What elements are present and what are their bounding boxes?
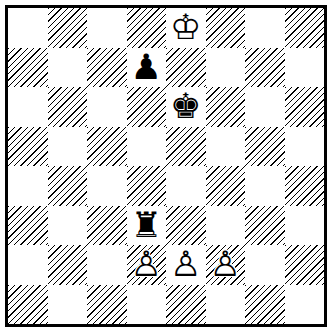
square-f7[interactable] xyxy=(206,48,246,88)
black-rook[interactable]: ♜ xyxy=(127,206,167,246)
square-b7[interactable] xyxy=(48,48,88,88)
square-c1[interactable] xyxy=(87,285,127,325)
square-d5[interactable] xyxy=(127,127,167,167)
square-e5[interactable] xyxy=(166,127,206,167)
square-a5[interactable] xyxy=(8,127,48,167)
square-f4[interactable] xyxy=(206,166,246,206)
chess-diagram: ♚♔♟♚♜♟♙♟♙♟♙ xyxy=(0,0,332,332)
square-f3[interactable] xyxy=(206,206,246,246)
square-g4[interactable] xyxy=(245,166,285,206)
square-a4[interactable] xyxy=(8,166,48,206)
square-h7[interactable] xyxy=(285,48,325,88)
square-f2[interactable]: ♟♙ xyxy=(206,245,246,285)
white-pawn[interactable]: ♟♙ xyxy=(206,245,246,285)
square-h6[interactable] xyxy=(285,87,325,127)
square-h4[interactable] xyxy=(285,166,325,206)
square-h3[interactable] xyxy=(285,206,325,246)
white-king[interactable]: ♚♔ xyxy=(166,8,206,48)
white-king-icon: ♔ xyxy=(166,8,206,48)
square-f8[interactable] xyxy=(206,8,246,48)
square-d1[interactable] xyxy=(127,285,167,325)
square-e8[interactable]: ♚♔ xyxy=(166,8,206,48)
square-f5[interactable] xyxy=(206,127,246,167)
square-e3[interactable] xyxy=(166,206,206,246)
square-c4[interactable] xyxy=(87,166,127,206)
black-pawn-icon: ♟ xyxy=(127,48,167,88)
square-d4[interactable] xyxy=(127,166,167,206)
square-a6[interactable] xyxy=(8,87,48,127)
square-g2[interactable] xyxy=(245,245,285,285)
white-pawn-icon: ♙ xyxy=(127,245,167,285)
white-pawn[interactable]: ♟♙ xyxy=(127,245,167,285)
square-h2[interactable] xyxy=(285,245,325,285)
square-b2[interactable] xyxy=(48,245,88,285)
square-c7[interactable] xyxy=(87,48,127,88)
square-c8[interactable] xyxy=(87,8,127,48)
square-b1[interactable] xyxy=(48,285,88,325)
square-b5[interactable] xyxy=(48,127,88,167)
square-c5[interactable] xyxy=(87,127,127,167)
square-c6[interactable] xyxy=(87,87,127,127)
square-b8[interactable] xyxy=(48,8,88,48)
square-g8[interactable] xyxy=(245,8,285,48)
square-a1[interactable] xyxy=(8,285,48,325)
square-h8[interactable] xyxy=(285,8,325,48)
square-b6[interactable] xyxy=(48,87,88,127)
square-c2[interactable] xyxy=(87,245,127,285)
board-frame: ♚♔♟♚♜♟♙♟♙♟♙ xyxy=(5,5,327,327)
black-king[interactable]: ♚ xyxy=(166,87,206,127)
square-e6[interactable]: ♚ xyxy=(166,87,206,127)
square-d8[interactable] xyxy=(127,8,167,48)
square-e4[interactable] xyxy=(166,166,206,206)
square-c3[interactable] xyxy=(87,206,127,246)
black-rook-icon: ♜ xyxy=(127,206,167,246)
square-e2[interactable]: ♟♙ xyxy=(166,245,206,285)
white-pawn[interactable]: ♟♙ xyxy=(166,245,206,285)
square-g6[interactable] xyxy=(245,87,285,127)
square-a7[interactable] xyxy=(8,48,48,88)
square-d7[interactable]: ♟ xyxy=(127,48,167,88)
square-a2[interactable] xyxy=(8,245,48,285)
chess-board: ♚♔♟♚♜♟♙♟♙♟♙ xyxy=(8,8,324,324)
square-h5[interactable] xyxy=(285,127,325,167)
square-g1[interactable] xyxy=(245,285,285,325)
black-pawn[interactable]: ♟ xyxy=(127,48,167,88)
square-d2[interactable]: ♟♙ xyxy=(127,245,167,285)
square-d3[interactable]: ♜ xyxy=(127,206,167,246)
square-d6[interactable] xyxy=(127,87,167,127)
square-e7[interactable] xyxy=(166,48,206,88)
square-b4[interactable] xyxy=(48,166,88,206)
square-g5[interactable] xyxy=(245,127,285,167)
square-g3[interactable] xyxy=(245,206,285,246)
square-a3[interactable] xyxy=(8,206,48,246)
white-pawn-icon: ♙ xyxy=(166,245,206,285)
square-e1[interactable] xyxy=(166,285,206,325)
square-h1[interactable] xyxy=(285,285,325,325)
square-f1[interactable] xyxy=(206,285,246,325)
square-a8[interactable] xyxy=(8,8,48,48)
square-g7[interactable] xyxy=(245,48,285,88)
square-f6[interactable] xyxy=(206,87,246,127)
black-king-icon: ♚ xyxy=(166,87,206,127)
white-pawn-icon: ♙ xyxy=(206,245,246,285)
square-b3[interactable] xyxy=(48,206,88,246)
